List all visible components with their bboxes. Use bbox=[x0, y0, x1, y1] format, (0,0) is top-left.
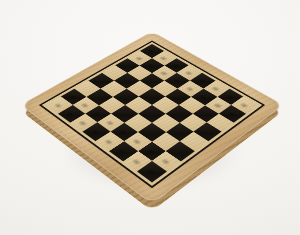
piece-glyph: ♟ bbox=[224, 91, 239, 116]
square-h1[interactable]: ♜ bbox=[137, 161, 167, 182]
piece-glyph: ♜ bbox=[141, 141, 161, 175]
piece-glyph: ♟ bbox=[210, 82, 225, 107]
photo-backdrop: ♜♞♝♛♚♝♞♜♟♟♟♟♟♟♟♟♟♟♟♟♟♟♟♟♜♞♝♛♚♝♞♜ bbox=[0, 0, 300, 235]
piece-glyph: ♟ bbox=[196, 74, 211, 99]
square-h6[interactable] bbox=[207, 114, 234, 132]
